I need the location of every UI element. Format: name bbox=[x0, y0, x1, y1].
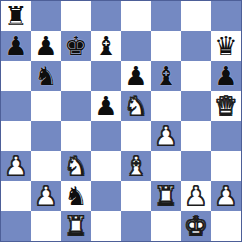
square-g1[interactable]: ♚ bbox=[181, 211, 211, 241]
square-g8[interactable] bbox=[181, 1, 211, 31]
square-e4[interactable] bbox=[121, 121, 151, 151]
square-c3[interactable]: ♞ bbox=[61, 151, 91, 181]
square-h5[interactable]: ♛ bbox=[211, 91, 241, 121]
square-h3[interactable] bbox=[211, 151, 241, 181]
black-pawn[interactable]: ♟ bbox=[124, 61, 147, 91]
square-d2[interactable] bbox=[91, 181, 121, 211]
square-d3[interactable] bbox=[91, 151, 121, 181]
black-pawn[interactable]: ♟ bbox=[94, 91, 117, 121]
square-g5[interactable] bbox=[181, 91, 211, 121]
black-knight[interactable]: ♞ bbox=[64, 181, 87, 211]
square-d6[interactable] bbox=[91, 61, 121, 91]
square-f3[interactable] bbox=[151, 151, 181, 181]
white-pawn[interactable]: ♟ bbox=[34, 181, 57, 211]
square-h2[interactable]: ♟ bbox=[211, 181, 241, 211]
square-g6[interactable] bbox=[181, 61, 211, 91]
black-bishop[interactable]: ♝ bbox=[154, 61, 177, 91]
square-a1[interactable] bbox=[1, 211, 31, 241]
square-f2[interactable]: ♜ bbox=[151, 181, 181, 211]
white-queen[interactable]: ♛ bbox=[214, 91, 237, 121]
square-b4[interactable] bbox=[31, 121, 61, 151]
black-pawn[interactable]: ♟ bbox=[214, 61, 237, 91]
square-e2[interactable] bbox=[121, 181, 151, 211]
square-h7[interactable]: ♛ bbox=[211, 31, 241, 61]
white-knight[interactable]: ♞ bbox=[64, 151, 87, 181]
square-e1[interactable] bbox=[121, 211, 151, 241]
square-f4[interactable]: ♟ bbox=[151, 121, 181, 151]
white-rook[interactable]: ♜ bbox=[64, 211, 87, 241]
white-pawn[interactable]: ♟ bbox=[154, 121, 177, 151]
square-e6[interactable]: ♟ bbox=[121, 61, 151, 91]
square-a2[interactable] bbox=[1, 181, 31, 211]
white-pawn[interactable]: ♟ bbox=[4, 151, 27, 181]
square-g7[interactable] bbox=[181, 31, 211, 61]
square-c7[interactable]: ♚ bbox=[61, 31, 91, 61]
square-b5[interactable] bbox=[31, 91, 61, 121]
square-a4[interactable] bbox=[1, 121, 31, 151]
square-f5[interactable] bbox=[151, 91, 181, 121]
black-bishop[interactable]: ♝ bbox=[94, 31, 117, 61]
black-pawn[interactable]: ♟ bbox=[4, 31, 27, 61]
square-e7[interactable] bbox=[121, 31, 151, 61]
square-b3[interactable] bbox=[31, 151, 61, 181]
square-f1[interactable] bbox=[151, 211, 181, 241]
black-rook[interactable]: ♜ bbox=[4, 1, 27, 31]
square-d8[interactable] bbox=[91, 1, 121, 31]
square-e5[interactable]: ♞ bbox=[121, 91, 151, 121]
square-g4[interactable] bbox=[181, 121, 211, 151]
square-b8[interactable] bbox=[31, 1, 61, 31]
board-grid: ♜♟♟♚♝♛♞♟♝♟♟♞♛♟♟♞♝♟♞♜♟♟♜♚ bbox=[1, 1, 241, 241]
square-a8[interactable]: ♜ bbox=[1, 1, 31, 31]
square-g3[interactable] bbox=[181, 151, 211, 181]
square-a6[interactable] bbox=[1, 61, 31, 91]
white-pawn[interactable]: ♟ bbox=[184, 181, 207, 211]
square-c8[interactable] bbox=[61, 1, 91, 31]
white-bishop[interactable]: ♝ bbox=[124, 151, 147, 181]
square-b7[interactable]: ♟ bbox=[31, 31, 61, 61]
square-g2[interactable]: ♟ bbox=[181, 181, 211, 211]
square-b1[interactable] bbox=[31, 211, 61, 241]
square-h8[interactable] bbox=[211, 1, 241, 31]
square-c5[interactable] bbox=[61, 91, 91, 121]
square-b2[interactable]: ♟ bbox=[31, 181, 61, 211]
square-e8[interactable] bbox=[121, 1, 151, 31]
square-a7[interactable]: ♟ bbox=[1, 31, 31, 61]
square-b6[interactable]: ♞ bbox=[31, 61, 61, 91]
black-pawn[interactable]: ♟ bbox=[34, 31, 57, 61]
white-rook[interactable]: ♜ bbox=[154, 181, 177, 211]
chess-board: ♜♟♟♚♝♛♞♟♝♟♟♞♛♟♟♞♝♟♞♜♟♟♜♚ bbox=[0, 0, 242, 242]
square-h6[interactable]: ♟ bbox=[211, 61, 241, 91]
square-d4[interactable] bbox=[91, 121, 121, 151]
square-d5[interactable]: ♟ bbox=[91, 91, 121, 121]
square-a5[interactable] bbox=[1, 91, 31, 121]
white-knight[interactable]: ♞ bbox=[124, 91, 147, 121]
square-h1[interactable] bbox=[211, 211, 241, 241]
black-knight[interactable]: ♞ bbox=[34, 61, 57, 91]
black-king[interactable]: ♚ bbox=[64, 31, 87, 61]
square-e3[interactable]: ♝ bbox=[121, 151, 151, 181]
square-f7[interactable] bbox=[151, 31, 181, 61]
square-a3[interactable]: ♟ bbox=[1, 151, 31, 181]
square-c6[interactable] bbox=[61, 61, 91, 91]
white-pawn[interactable]: ♟ bbox=[214, 181, 237, 211]
white-king[interactable]: ♚ bbox=[184, 211, 207, 241]
square-d7[interactable]: ♝ bbox=[91, 31, 121, 61]
square-c2[interactable]: ♞ bbox=[61, 181, 91, 211]
square-c4[interactable] bbox=[61, 121, 91, 151]
square-d1[interactable] bbox=[91, 211, 121, 241]
square-h4[interactable] bbox=[211, 121, 241, 151]
black-queen[interactable]: ♛ bbox=[214, 31, 237, 61]
square-f6[interactable]: ♝ bbox=[151, 61, 181, 91]
square-c1[interactable]: ♜ bbox=[61, 211, 91, 241]
square-f8[interactable] bbox=[151, 1, 181, 31]
